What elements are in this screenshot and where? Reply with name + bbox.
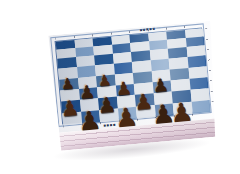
chess-board-box: ▪▪▪▪▪ ·· ▪▪▪▪ ··· ♟♟♟♟♟♟♟♟♟♟♟♟ — [45, 21, 221, 152]
board-surface: ▪▪▪▪▪ ·· ▪▪▪▪ ··· ♟♟♟♟♟♟♟♟♟♟♟♟ — [45, 21, 219, 134]
product-photo-scene: ▪▪▪▪▪ ·· ▪▪▪▪ ··· ♟♟♟♟♟♟♟♟♟♟♟♟ — [0, 0, 240, 174]
square-h1 — [191, 100, 211, 114]
square-b1 — [81, 110, 101, 124]
square-d1 — [117, 107, 137, 121]
board-grid — [55, 28, 210, 125]
square-c1 — [99, 108, 119, 122]
square-e1 — [136, 105, 156, 119]
square-f1 — [154, 103, 174, 117]
square-g1 — [173, 102, 193, 116]
square-a1 — [62, 112, 82, 126]
